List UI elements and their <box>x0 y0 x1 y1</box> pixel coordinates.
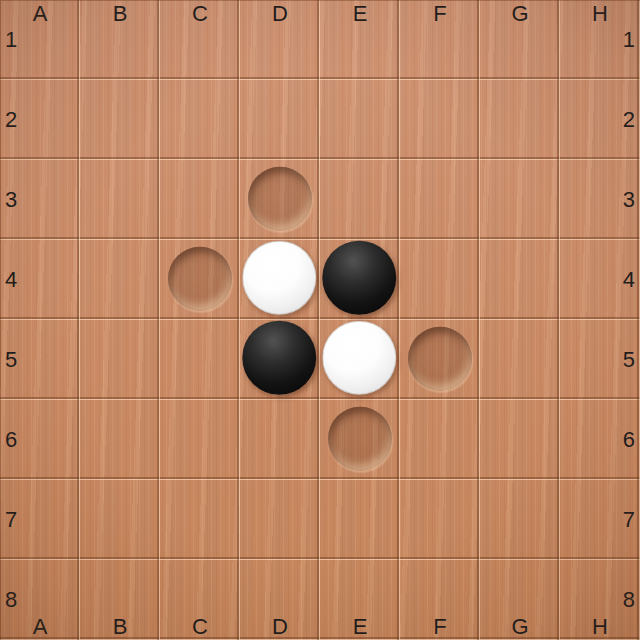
cell-G8[interactable] <box>480 560 560 640</box>
cell-D4[interactable] <box>240 240 320 320</box>
cell-D2[interactable] <box>240 80 320 160</box>
cell-B5[interactable] <box>80 320 160 400</box>
cell-D1[interactable] <box>240 0 320 80</box>
cell-D5[interactable] <box>240 320 320 400</box>
cell-C4[interactable] <box>160 240 240 320</box>
cell-B3[interactable] <box>80 160 160 240</box>
cell-A6[interactable] <box>0 400 80 480</box>
legal-move-hint[interactable] <box>408 327 472 391</box>
cell-G5[interactable] <box>480 320 560 400</box>
cell-E7[interactable] <box>320 480 400 560</box>
cell-F6[interactable] <box>400 400 480 480</box>
cell-F1[interactable] <box>400 0 480 80</box>
black-disc <box>322 241 396 315</box>
cell-E3[interactable] <box>320 160 400 240</box>
cell-A7[interactable] <box>0 480 80 560</box>
cell-C2[interactable] <box>160 80 240 160</box>
cell-H2[interactable] <box>560 80 640 160</box>
cell-A4[interactable] <box>0 240 80 320</box>
cell-F3[interactable] <box>400 160 480 240</box>
black-disc <box>242 321 316 395</box>
cell-B6[interactable] <box>80 400 160 480</box>
cell-F2[interactable] <box>400 80 480 160</box>
cell-G7[interactable] <box>480 480 560 560</box>
legal-move-hint[interactable] <box>168 247 232 311</box>
cell-A1[interactable] <box>0 0 80 80</box>
cell-E8[interactable] <box>320 560 400 640</box>
cell-B2[interactable] <box>80 80 160 160</box>
cell-H4[interactable] <box>560 240 640 320</box>
cell-G2[interactable] <box>480 80 560 160</box>
cell-A3[interactable] <box>0 160 80 240</box>
cell-A8[interactable] <box>0 560 80 640</box>
cell-B7[interactable] <box>80 480 160 560</box>
white-disc <box>322 321 396 395</box>
cell-F7[interactable] <box>400 480 480 560</box>
cell-G1[interactable] <box>480 0 560 80</box>
cell-G6[interactable] <box>480 400 560 480</box>
cell-C1[interactable] <box>160 0 240 80</box>
othello-board: AABBCCDDEEFFGGHH1122334455667788 <box>0 0 640 640</box>
cell-F8[interactable] <box>400 560 480 640</box>
cell-C7[interactable] <box>160 480 240 560</box>
cell-E2[interactable] <box>320 80 400 160</box>
legal-move-hint[interactable] <box>328 407 392 471</box>
white-disc <box>242 241 316 315</box>
cell-D3[interactable] <box>240 160 320 240</box>
cell-H5[interactable] <box>560 320 640 400</box>
cell-D7[interactable] <box>240 480 320 560</box>
cell-B1[interactable] <box>80 0 160 80</box>
cell-G4[interactable] <box>480 240 560 320</box>
cell-D8[interactable] <box>240 560 320 640</box>
cell-C8[interactable] <box>160 560 240 640</box>
cell-H1[interactable] <box>560 0 640 80</box>
cell-E1[interactable] <box>320 0 400 80</box>
cell-H7[interactable] <box>560 480 640 560</box>
cell-E4[interactable] <box>320 240 400 320</box>
cell-E6[interactable] <box>320 400 400 480</box>
cell-B8[interactable] <box>80 560 160 640</box>
cell-D6[interactable] <box>240 400 320 480</box>
cell-C5[interactable] <box>160 320 240 400</box>
cell-F5[interactable] <box>400 320 480 400</box>
cell-C6[interactable] <box>160 400 240 480</box>
cell-E5[interactable] <box>320 320 400 400</box>
cell-A5[interactable] <box>0 320 80 400</box>
cell-G3[interactable] <box>480 160 560 240</box>
othello-app: AABBCCDDEEFFGGHH1122334455667788 <box>0 0 640 640</box>
cell-H8[interactable] <box>560 560 640 640</box>
legal-move-hint[interactable] <box>248 167 312 231</box>
board-grid <box>0 0 640 640</box>
cell-B4[interactable] <box>80 240 160 320</box>
cell-C3[interactable] <box>160 160 240 240</box>
cell-A2[interactable] <box>0 80 80 160</box>
cell-F4[interactable] <box>400 240 480 320</box>
cell-H6[interactable] <box>560 400 640 480</box>
cell-H3[interactable] <box>560 160 640 240</box>
